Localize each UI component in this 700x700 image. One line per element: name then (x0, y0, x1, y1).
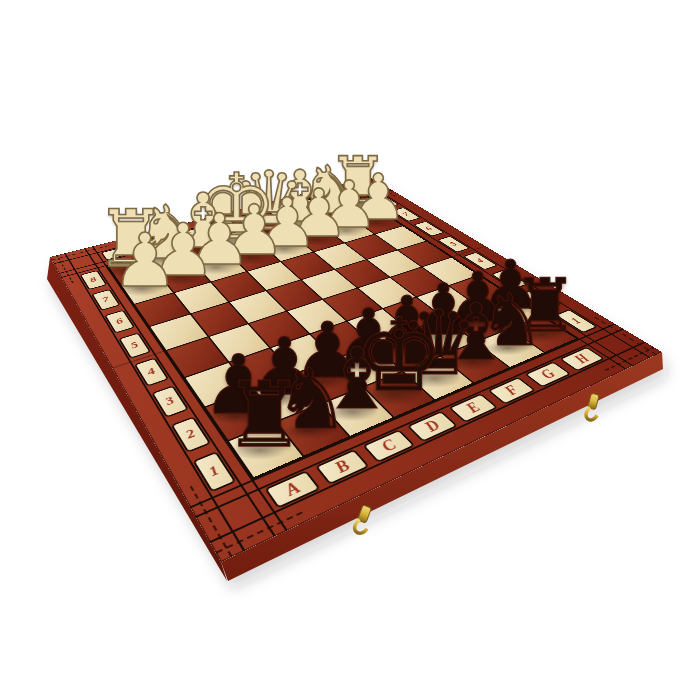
file-label-front-c: C (362, 429, 415, 463)
rank-label-left-1: 1 (192, 451, 236, 492)
rank-label-left-4: 4 (134, 358, 169, 387)
chess-set-photo: 88AA77BB66CC55DD44EE33FF22GG11HH ♜♞♝♚♛♝♞… (0, 0, 700, 700)
rank-label-left-6: 6 (104, 310, 135, 334)
rank-label-left-3: 3 (151, 385, 189, 417)
rank-label-left-5: 5 (118, 332, 151, 358)
rank-label-left-2: 2 (171, 416, 212, 452)
file-label-front-g: G (524, 361, 571, 387)
rank-label-left-7: 7 (91, 289, 120, 311)
file-label-front-e: E (448, 393, 498, 422)
file-label-front-f: F (488, 377, 536, 405)
file-label-front-d: D (407, 411, 458, 442)
